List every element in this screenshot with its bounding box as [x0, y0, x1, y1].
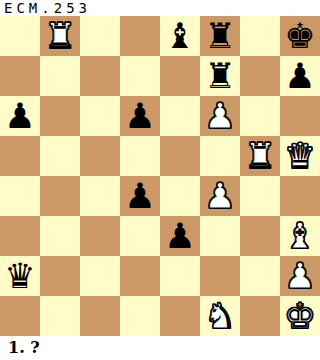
black-pawn: ♟ — [124, 176, 155, 216]
white-pawn: ♟ — [284, 256, 315, 296]
square-d1[interactable] — [120, 296, 160, 336]
square-c8[interactable] — [80, 16, 120, 56]
square-h5[interactable]: ♛ — [280, 136, 320, 176]
square-d2[interactable] — [120, 256, 160, 296]
black-rook: ♜ — [204, 16, 235, 56]
square-d6[interactable]: ♟ — [120, 96, 160, 136]
black-pawn: ♟ — [124, 96, 155, 136]
square-h2[interactable]: ♟ — [280, 256, 320, 296]
square-e7[interactable] — [160, 56, 200, 96]
square-e4[interactable] — [160, 176, 200, 216]
square-g1[interactable] — [240, 296, 280, 336]
square-a3[interactable] — [0, 216, 40, 256]
square-g3[interactable] — [240, 216, 280, 256]
square-c7[interactable] — [80, 56, 120, 96]
square-h8[interactable]: ♚ — [280, 16, 320, 56]
chess-board: ♜♝♜♚♜♟♟♟♟♜♛♟♟♟♝♛♟♞♚ — [0, 16, 320, 336]
square-b1[interactable] — [40, 296, 80, 336]
square-g8[interactable] — [240, 16, 280, 56]
square-h3[interactable]: ♝ — [280, 216, 320, 256]
square-b5[interactable] — [40, 136, 80, 176]
square-d5[interactable] — [120, 136, 160, 176]
square-a5[interactable] — [0, 136, 40, 176]
square-g4[interactable] — [240, 176, 280, 216]
status-bar: 1. ? — [0, 336, 320, 360]
white-knight: ♞ — [204, 296, 235, 336]
square-b3[interactable] — [40, 216, 80, 256]
square-a2[interactable]: ♛ — [0, 256, 40, 296]
square-f2[interactable] — [200, 256, 240, 296]
puzzle-title: ECM.253 — [0, 0, 91, 16]
black-queen: ♛ — [4, 256, 35, 296]
square-e3[interactable]: ♟ — [160, 216, 200, 256]
square-c6[interactable] — [80, 96, 120, 136]
square-e2[interactable] — [160, 256, 200, 296]
square-a7[interactable] — [0, 56, 40, 96]
white-pawn: ♟ — [204, 96, 235, 136]
square-a1[interactable] — [0, 296, 40, 336]
square-d8[interactable] — [120, 16, 160, 56]
square-g6[interactable] — [240, 96, 280, 136]
square-b4[interactable] — [40, 176, 80, 216]
black-pawn: ♟ — [284, 56, 315, 96]
black-pawn: ♟ — [164, 216, 195, 256]
white-king: ♚ — [284, 296, 315, 336]
square-g7[interactable] — [240, 56, 280, 96]
square-h1[interactable]: ♚ — [280, 296, 320, 336]
square-b7[interactable] — [40, 56, 80, 96]
square-e8[interactable]: ♝ — [160, 16, 200, 56]
square-d4[interactable]: ♟ — [120, 176, 160, 216]
square-c1[interactable] — [80, 296, 120, 336]
square-e1[interactable] — [160, 296, 200, 336]
square-d7[interactable] — [120, 56, 160, 96]
square-c5[interactable] — [80, 136, 120, 176]
square-e6[interactable] — [160, 96, 200, 136]
black-king: ♚ — [284, 16, 315, 56]
square-b2[interactable] — [40, 256, 80, 296]
square-h7[interactable]: ♟ — [280, 56, 320, 96]
square-e5[interactable] — [160, 136, 200, 176]
square-h4[interactable] — [280, 176, 320, 216]
black-pawn: ♟ — [4, 96, 35, 136]
move-prompt: 1. ? — [0, 336, 40, 360]
square-c3[interactable] — [80, 216, 120, 256]
white-bishop: ♝ — [284, 216, 315, 256]
square-f7[interactable]: ♜ — [200, 56, 240, 96]
square-f4[interactable]: ♟ — [200, 176, 240, 216]
black-rook: ♜ — [204, 56, 235, 96]
white-queen: ♛ — [284, 136, 315, 176]
square-c2[interactable] — [80, 256, 120, 296]
square-f1[interactable]: ♞ — [200, 296, 240, 336]
white-rook: ♜ — [44, 16, 75, 56]
black-bishop: ♝ — [164, 16, 195, 56]
square-g5[interactable]: ♜ — [240, 136, 280, 176]
white-pawn: ♟ — [204, 176, 235, 216]
square-a4[interactable] — [0, 176, 40, 216]
title-bar: ECM.253 — [0, 0, 320, 16]
square-d3[interactable] — [120, 216, 160, 256]
square-f3[interactable] — [200, 216, 240, 256]
square-c4[interactable] — [80, 176, 120, 216]
square-a8[interactable] — [0, 16, 40, 56]
square-g2[interactable] — [240, 256, 280, 296]
square-h6[interactable] — [280, 96, 320, 136]
square-f8[interactable]: ♜ — [200, 16, 240, 56]
square-f5[interactable] — [200, 136, 240, 176]
square-a6[interactable]: ♟ — [0, 96, 40, 136]
chess-puzzle-window: ECM.253 ♜♝♜♚♜♟♟♟♟♜♛♟♟♟♝♛♟♞♚ 1. ? — [0, 0, 320, 360]
square-b8[interactable]: ♜ — [40, 16, 80, 56]
white-rook: ♜ — [244, 136, 275, 176]
square-f6[interactable]: ♟ — [200, 96, 240, 136]
square-b6[interactable] — [40, 96, 80, 136]
